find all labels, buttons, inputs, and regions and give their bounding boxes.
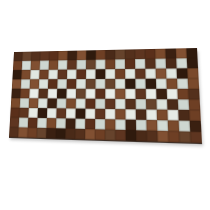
board-cell-light [86,89,96,99]
board-cell-dark [86,50,96,60]
board-cell-dark [115,130,125,141]
board-cell-light [67,69,77,79]
board-cell-dark [155,49,166,59]
board-cell-dark [30,79,39,88]
board-cell-dark [39,70,48,79]
product-photo-background [0,0,210,210]
board-cell-light [76,99,86,109]
board-cell-dark [96,50,106,60]
board-cell-dark [135,49,145,59]
board-cell-light [156,99,167,110]
board-cell-dark [126,130,137,141]
board-cell-light [125,69,135,79]
board-cell-dark [105,79,115,89]
board-cell-light [146,89,157,99]
board-cell-dark [76,89,86,99]
board-cell-dark [126,120,137,131]
board-cell-dark [28,118,38,128]
board-cell-dark [57,89,67,99]
board-cell-light [125,109,135,120]
board-cell-light [115,59,125,69]
board-cell-light [146,109,157,120]
board-cell-light [47,108,57,118]
board-cell-light [176,58,187,68]
board-cell-light [105,109,115,119]
board-cell-dark [76,69,86,79]
board-cell-dark [46,128,56,138]
board-cell-dark [58,70,68,80]
board-cell-light [167,110,178,121]
board-cell-dark [125,99,135,109]
board-cell-dark [146,120,157,131]
board-cell-dark [85,99,95,109]
board-cell-light [95,79,105,89]
board-cell-dark [77,50,87,60]
board-cell-dark [31,61,40,70]
board-cell-dark [47,98,57,108]
board-cell-light [58,60,68,70]
board-cell-dark [38,89,48,99]
board-cell-light [66,89,76,99]
board-cell-dark [157,131,168,142]
board-cell-light [105,89,115,99]
board-cell-dark [178,110,189,121]
board-cell-dark [105,50,115,60]
board-cell-light [115,99,125,109]
board-cell-light [145,69,156,79]
board-cell-light [66,108,76,118]
board-cell-light [135,59,145,69]
board-cell-dark [67,79,77,89]
board-cell-light [30,70,39,79]
board-cell-dark [66,99,76,109]
board-cell-light [167,89,178,99]
board-cell-light [48,70,58,80]
board-cell-dark [177,89,188,99]
board-cell-dark [187,68,198,78]
board-cell-light [86,69,96,79]
board-cell-dark [168,131,179,142]
board-cell-light [115,79,125,89]
board-cell-dark [168,120,179,131]
board-cell-light [95,99,105,109]
board-cell-dark [189,99,201,110]
board-cell-dark [186,48,197,58]
board-cell-dark [190,132,202,143]
board-cell-dark [76,109,86,119]
board-cell-dark [86,60,96,70]
board-cell-light [37,118,47,128]
board-cell-light [177,79,188,89]
board-cell-dark [75,129,85,140]
board-grid [9,48,202,144]
board-cell-dark [56,108,66,118]
board-cell-dark [37,128,47,138]
board-cell-dark [146,79,157,89]
board-cell-dark [166,58,177,68]
board-cell-dark [145,49,155,59]
board-cell-light [75,119,85,129]
board-cell-dark [27,128,37,138]
board-cell-dark [56,128,66,138]
board-cell-dark [67,60,77,70]
board-cell-dark [166,79,177,89]
board-cell-light [136,120,147,131]
board-cell-dark [86,79,96,89]
board-cell-dark [179,131,191,142]
board-cell-light [166,68,177,78]
board-cell-dark [156,69,167,79]
board-cell-dark [157,110,168,121]
board-cell-dark [115,69,125,79]
board-cell-dark [95,129,105,140]
board-cell-light [156,79,167,89]
board-cell-light [28,108,38,118]
board-cell-dark [135,89,146,99]
board-cell-dark [165,48,176,58]
board-cell-dark [105,119,115,130]
board-cell-light [155,59,166,69]
board-cell-light [96,60,106,70]
board-cell-dark [105,59,115,69]
board-cell-dark [147,131,158,142]
board-cell-dark [188,89,199,100]
board-cell-dark [187,58,198,68]
board-cell-light [48,89,58,99]
board-cell-dark [65,129,75,140]
board-cell-light [178,99,189,110]
board-cell-dark [49,60,58,69]
board-cell-dark [105,99,115,109]
board-cell-dark [136,109,147,120]
board-cell-dark [135,69,145,79]
board-cell-dark [67,51,77,61]
board-cell-light [77,60,87,70]
board-cell-dark [49,51,58,60]
board-cell-light [40,60,49,69]
board-cell-light [57,98,67,108]
board-cell-dark [115,50,125,60]
board-cell-dark [95,89,105,99]
board-cell-light [56,118,66,128]
board-cell-dark [190,121,202,132]
board-cell-dark [96,69,106,79]
board-cell-dark [188,78,199,88]
board-cell-dark [156,89,167,99]
board-cell-dark [85,119,95,129]
board-cell-dark [46,118,56,128]
board-cell-dark [38,108,48,118]
board-cell-light [95,119,105,130]
board-cell-dark [95,109,105,119]
board-cell-light [29,89,39,99]
board-cell-dark [85,129,95,140]
board-cell-light [76,79,86,89]
board-cell-dark [145,59,156,69]
board-cell-light [19,118,29,128]
board-cell-light [115,119,125,130]
board-cell-dark [105,130,115,141]
board-cell-light [85,109,95,119]
board-cell-light [39,79,49,89]
board-cell-dark [177,68,188,78]
board-cell-dark [125,79,135,89]
board-cell-dark [146,99,157,109]
board-cell-light [179,121,191,132]
board-cell-dark [167,99,178,110]
board-cell-dark [176,48,187,58]
board-cell-dark [48,79,58,89]
board-cell-dark [115,89,125,99]
board-cell-dark [40,51,49,60]
patchwork-rug-board [9,48,202,143]
board-cell-dark [189,110,201,121]
board-cell-light [157,120,168,131]
board-cell-light [57,79,67,89]
board-cell-dark [66,118,76,128]
board-cell-dark [58,51,67,60]
board-cell-dark [29,98,39,108]
board-cell-light [135,79,145,89]
board-cell-dark [125,59,135,69]
board-cell-dark [115,109,125,119]
board-cell-dark [31,51,40,60]
board-cell-dark [18,127,28,137]
board-cell-light [125,89,135,99]
board-cell-light [136,99,147,109]
board-cell-light [38,98,48,108]
board-cell-dark [136,130,147,141]
board-cell-dark [125,49,135,59]
board-cell-light [105,69,115,79]
